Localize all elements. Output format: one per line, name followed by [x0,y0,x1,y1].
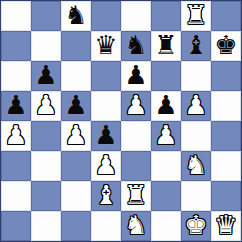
piece-white-bishop-d2[interactable]: ♝ [94,180,117,210]
piece-white-queen-h1[interactable]: ♛ [214,210,237,240]
square-e4[interactable] [121,121,151,151]
square-g3[interactable]: ♞ [181,151,211,181]
square-c8[interactable]: ♞ [61,1,91,31]
square-g5[interactable]: ♟ [181,91,211,121]
piece-black-pawn-d4[interactable]: ♟ [94,120,117,150]
piece-black-pawn-e6[interactable]: ♟ [124,60,147,90]
square-e2[interactable]: ♜ [121,181,151,211]
square-a8[interactable] [1,1,31,31]
piece-white-pawn-a4[interactable]: ♟ [4,120,27,150]
square-h6[interactable] [211,61,241,91]
square-h7[interactable]: ♚ [211,31,241,61]
screenshot-stage: ♞♜♛♞♜♝♚♟♟♟♟♟♟♟♟♟♟♟♟♟♞♝♜♞♚♛ [0,0,242,242]
piece-white-pawn-b5[interactable]: ♟ [34,90,57,120]
piece-white-pawn-f4[interactable]: ♟ [154,120,177,150]
piece-black-knight-e7[interactable]: ♞ [124,30,147,60]
piece-black-king-h7[interactable]: ♚ [214,30,237,60]
square-a2[interactable] [1,181,31,211]
piece-black-queen-d7[interactable]: ♛ [94,30,117,60]
square-d1[interactable] [91,211,121,241]
square-f3[interactable] [151,151,181,181]
square-b2[interactable] [31,181,61,211]
square-d5[interactable] [91,91,121,121]
square-a3[interactable] [1,151,31,181]
square-d6[interactable] [91,61,121,91]
square-a7[interactable] [1,31,31,61]
piece-black-pawn-f5[interactable]: ♟ [154,90,177,120]
square-b1[interactable] [31,211,61,241]
square-h3[interactable] [211,151,241,181]
piece-white-king-g1[interactable]: ♚ [184,210,207,240]
square-g8[interactable]: ♜ [181,1,211,31]
square-e8[interactable] [121,1,151,31]
square-e3[interactable] [121,151,151,181]
square-f1[interactable] [151,211,181,241]
piece-white-knight-g3[interactable]: ♞ [184,150,207,180]
square-a1[interactable] [1,211,31,241]
square-g4[interactable] [181,121,211,151]
square-h4[interactable] [211,121,241,151]
chess-board: ♞♜♛♞♜♝♚♟♟♟♟♟♟♟♟♟♟♟♟♟♞♝♜♞♚♛ [0,0,242,242]
square-b6[interactable]: ♟ [31,61,61,91]
square-g1[interactable]: ♚ [181,211,211,241]
square-f2[interactable] [151,181,181,211]
piece-white-rook-g8[interactable]: ♜ [184,0,207,30]
square-b4[interactable] [31,121,61,151]
piece-black-pawn-b6[interactable]: ♟ [34,60,57,90]
square-g6[interactable] [181,61,211,91]
square-h5[interactable] [211,91,241,121]
square-e5[interactable]: ♟ [121,91,151,121]
square-c2[interactable] [61,181,91,211]
piece-white-pawn-d3[interactable]: ♟ [94,150,117,180]
piece-black-knight-c8[interactable]: ♞ [64,0,87,30]
square-a6[interactable] [1,61,31,91]
square-e7[interactable]: ♞ [121,31,151,61]
square-f4[interactable]: ♟ [151,121,181,151]
square-c5[interactable]: ♟ [61,91,91,121]
square-d3[interactable]: ♟ [91,151,121,181]
piece-white-pawn-g5[interactable]: ♟ [184,90,207,120]
square-a5[interactable]: ♟ [1,91,31,121]
square-c1[interactable] [61,211,91,241]
square-b7[interactable] [31,31,61,61]
square-c7[interactable] [61,31,91,61]
square-c4[interactable]: ♟ [61,121,91,151]
square-c6[interactable] [61,61,91,91]
square-b3[interactable] [31,151,61,181]
square-b5[interactable]: ♟ [31,91,61,121]
piece-white-rook-e2[interactable]: ♜ [124,180,147,210]
square-f8[interactable] [151,1,181,31]
square-d2[interactable]: ♝ [91,181,121,211]
square-c3[interactable] [61,151,91,181]
square-d8[interactable] [91,1,121,31]
square-f7[interactable]: ♜ [151,31,181,61]
piece-black-rook-f7[interactable]: ♜ [154,30,177,60]
square-b8[interactable] [31,1,61,31]
piece-black-pawn-a5[interactable]: ♟ [4,90,27,120]
square-a4[interactable]: ♟ [1,121,31,151]
square-f6[interactable] [151,61,181,91]
square-g2[interactable] [181,181,211,211]
square-d7[interactable]: ♛ [91,31,121,61]
square-e1[interactable]: ♞ [121,211,151,241]
square-h8[interactable] [211,1,241,31]
square-e6[interactable]: ♟ [121,61,151,91]
square-f5[interactable]: ♟ [151,91,181,121]
piece-white-pawn-c4[interactable]: ♟ [64,120,87,150]
piece-black-pawn-c5[interactable]: ♟ [64,90,87,120]
piece-white-pawn-e5[interactable]: ♟ [124,90,147,120]
piece-white-knight-e1[interactable]: ♞ [124,210,147,240]
square-h2[interactable] [211,181,241,211]
square-h1[interactable]: ♛ [211,211,241,241]
piece-black-bishop-g7[interactable]: ♝ [184,30,207,60]
square-d4[interactable]: ♟ [91,121,121,151]
square-g7[interactable]: ♝ [181,31,211,61]
